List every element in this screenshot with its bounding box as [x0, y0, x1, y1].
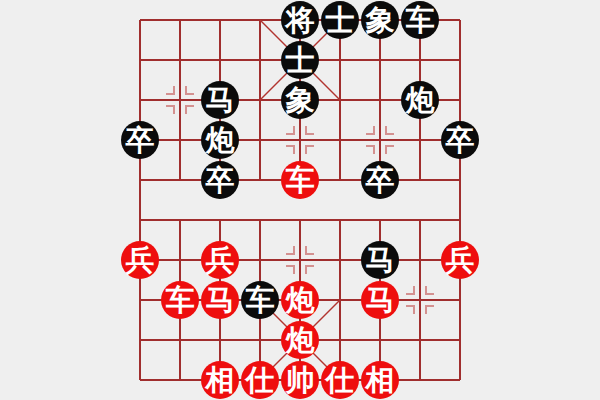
piece-red-soldier[interactable]: 兵 — [201, 241, 239, 279]
piece-black-advisor[interactable]: 士 — [321, 1, 359, 39]
piece-red-elephant[interactable]: 相 — [361, 361, 399, 399]
piece-black-chariot[interactable]: 车 — [241, 281, 279, 319]
piece-red-chariot[interactable]: 车 — [161, 281, 199, 319]
piece-black-cannon[interactable]: 炮 — [401, 81, 439, 119]
piece-red-chariot[interactable]: 车 — [281, 161, 319, 199]
xiangqi-board[interactable]: 将士象车士马象炮卒炮卒卒车卒兵兵马兵车马车炮马炮相仕帅仕相 — [0, 0, 600, 400]
piece-red-general[interactable]: 帅 — [281, 361, 319, 399]
piece-red-soldier[interactable]: 兵 — [121, 241, 159, 279]
piece-red-cannon[interactable]: 炮 — [281, 281, 319, 319]
piece-black-general[interactable]: 将 — [281, 1, 319, 39]
piece-black-elephant[interactable]: 象 — [361, 1, 399, 39]
piece-black-cannon[interactable]: 炮 — [201, 121, 239, 159]
piece-red-advisor[interactable]: 仕 — [241, 361, 279, 399]
piece-black-chariot[interactable]: 车 — [401, 1, 439, 39]
piece-black-elephant[interactable]: 象 — [281, 81, 319, 119]
piece-red-horse[interactable]: 马 — [201, 281, 239, 319]
piece-red-advisor[interactable]: 仕 — [321, 361, 359, 399]
piece-black-horse[interactable]: 马 — [201, 81, 239, 119]
piece-black-soldier[interactable]: 卒 — [201, 161, 239, 199]
piece-black-soldier[interactable]: 卒 — [361, 161, 399, 199]
piece-red-horse[interactable]: 马 — [361, 281, 399, 319]
piece-black-advisor[interactable]: 士 — [281, 41, 319, 79]
piece-black-soldier[interactable]: 卒 — [441, 121, 479, 159]
piece-black-soldier[interactable]: 卒 — [121, 121, 159, 159]
piece-red-cannon[interactable]: 炮 — [281, 321, 319, 359]
piece-red-soldier[interactable]: 兵 — [441, 241, 479, 279]
piece-red-elephant[interactable]: 相 — [201, 361, 239, 399]
piece-black-horse[interactable]: 马 — [361, 241, 399, 279]
